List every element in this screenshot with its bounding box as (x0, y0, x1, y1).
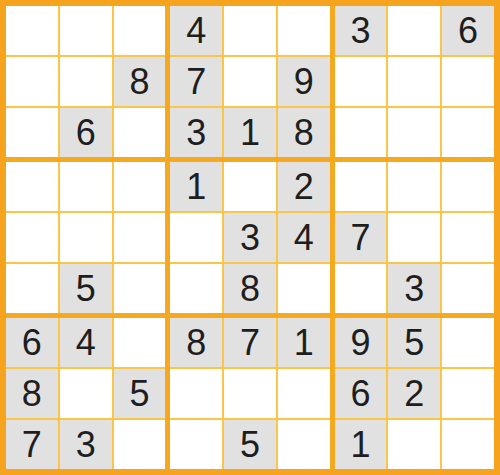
cell-r8c9[interactable] (442, 369, 494, 418)
cell-r6c1[interactable] (6, 264, 58, 313)
cell-r9c8[interactable] (388, 420, 440, 469)
cell-r7c5[interactable]: 7 (224, 318, 276, 367)
cell-r4c6[interactable]: 2 (278, 162, 330, 211)
cell-r1c5[interactable] (224, 6, 276, 55)
sudoku-board: 864793183651234873648573871595621 (0, 0, 500, 475)
cell-r5c1[interactable] (6, 213, 58, 262)
cell-r8c2[interactable] (60, 369, 112, 418)
box-1-2: 479318 (170, 6, 329, 157)
cell-r1c7[interactable]: 3 (335, 6, 387, 55)
box-2-2: 12348 (170, 162, 329, 313)
cell-r4c5[interactable] (224, 162, 276, 211)
cell-r7c8[interactable]: 5 (388, 318, 440, 367)
cell-r2c9[interactable] (442, 57, 494, 106)
cell-r8c8[interactable]: 2 (388, 369, 440, 418)
cell-r5c5[interactable]: 3 (224, 213, 276, 262)
cell-r7c4[interactable]: 8 (170, 318, 222, 367)
cell-r1c1[interactable] (6, 6, 58, 55)
cell-r1c2[interactable] (60, 6, 112, 55)
cell-r3c1[interactable] (6, 108, 58, 157)
cell-r5c9[interactable] (442, 213, 494, 262)
cell-r3c4[interactable]: 3 (170, 108, 222, 157)
cell-r6c9[interactable] (442, 264, 494, 313)
cell-r5c7[interactable]: 7 (335, 213, 387, 262)
cell-r1c3[interactable] (114, 6, 166, 55)
cell-r8c5[interactable] (224, 369, 276, 418)
cell-r4c1[interactable] (6, 162, 58, 211)
box-1-3: 36 (335, 6, 494, 157)
box-2-1: 5 (6, 162, 165, 313)
cell-r9c7[interactable]: 1 (335, 420, 387, 469)
cell-r2c1[interactable] (6, 57, 58, 106)
cell-r4c8[interactable] (388, 162, 440, 211)
cell-r8c4[interactable] (170, 369, 222, 418)
cell-r9c1[interactable]: 7 (6, 420, 58, 469)
cell-r1c4[interactable]: 4 (170, 6, 222, 55)
cell-r8c3[interactable]: 5 (114, 369, 166, 418)
cell-r2c3[interactable]: 8 (114, 57, 166, 106)
cell-r5c2[interactable] (60, 213, 112, 262)
cell-r6c4[interactable] (170, 264, 222, 313)
cell-r7c9[interactable] (442, 318, 494, 367)
cell-r6c3[interactable] (114, 264, 166, 313)
cell-r4c3[interactable] (114, 162, 166, 211)
cell-r5c8[interactable] (388, 213, 440, 262)
cell-r9c5[interactable]: 5 (224, 420, 276, 469)
cell-r3c3[interactable] (114, 108, 166, 157)
cell-r9c9[interactable] (442, 420, 494, 469)
cell-r5c6[interactable]: 4 (278, 213, 330, 262)
cell-r7c6[interactable]: 1 (278, 318, 330, 367)
cell-r8c6[interactable] (278, 369, 330, 418)
cell-r9c4[interactable] (170, 420, 222, 469)
cell-r5c4[interactable] (170, 213, 222, 262)
cell-r7c1[interactable]: 6 (6, 318, 58, 367)
box-2-3: 73 (335, 162, 494, 313)
cell-r7c2[interactable]: 4 (60, 318, 112, 367)
box-3-2: 8715 (170, 318, 329, 469)
cell-r3c7[interactable] (335, 108, 387, 157)
cell-r3c5[interactable]: 1 (224, 108, 276, 157)
box-3-1: 648573 (6, 318, 165, 469)
cell-r1c9[interactable]: 6 (442, 6, 494, 55)
cell-r6c7[interactable] (335, 264, 387, 313)
cell-r9c2[interactable]: 3 (60, 420, 112, 469)
cell-r4c9[interactable] (442, 162, 494, 211)
cell-r6c8[interactable]: 3 (388, 264, 440, 313)
cell-r3c9[interactable] (442, 108, 494, 157)
cell-r7c7[interactable]: 9 (335, 318, 387, 367)
cell-r6c6[interactable] (278, 264, 330, 313)
cell-r2c4[interactable]: 7 (170, 57, 222, 106)
cell-r8c7[interactable]: 6 (335, 369, 387, 418)
cell-r3c6[interactable]: 8 (278, 108, 330, 157)
cell-r6c2[interactable]: 5 (60, 264, 112, 313)
cell-r8c1[interactable]: 8 (6, 369, 58, 418)
cell-r2c5[interactable] (224, 57, 276, 106)
cell-r3c2[interactable]: 6 (60, 108, 112, 157)
box-1-1: 86 (6, 6, 165, 157)
cell-r4c7[interactable] (335, 162, 387, 211)
cell-r9c3[interactable] (114, 420, 166, 469)
cell-r3c8[interactable] (388, 108, 440, 157)
cell-r4c4[interactable]: 1 (170, 162, 222, 211)
box-3-3: 95621 (335, 318, 494, 469)
cell-r4c2[interactable] (60, 162, 112, 211)
cell-r6c5[interactable]: 8 (224, 264, 276, 313)
cell-r2c8[interactable] (388, 57, 440, 106)
cell-r5c3[interactable] (114, 213, 166, 262)
cell-r2c2[interactable] (60, 57, 112, 106)
cell-r7c3[interactable] (114, 318, 166, 367)
cell-r2c7[interactable] (335, 57, 387, 106)
cell-r2c6[interactable]: 9 (278, 57, 330, 106)
cell-r1c6[interactable] (278, 6, 330, 55)
cell-r9c6[interactable] (278, 420, 330, 469)
cell-r1c8[interactable] (388, 6, 440, 55)
